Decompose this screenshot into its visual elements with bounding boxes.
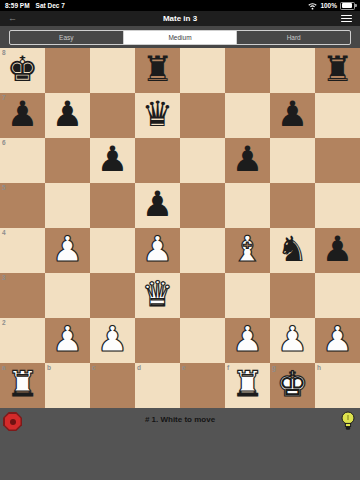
coordinate-label: g xyxy=(272,364,276,371)
black-knight: ♞ xyxy=(277,232,308,267)
status-right: 100% xyxy=(308,2,355,10)
wifi-icon xyxy=(308,2,317,10)
square-f8[interactable] xyxy=(225,48,270,93)
square-g4[interactable]: ♞ xyxy=(270,228,315,273)
black-pawn: ♟ xyxy=(7,97,38,132)
status-left: 8:59 PMSat Dec 7 xyxy=(5,2,71,9)
square-d7[interactable]: ♛ xyxy=(135,93,180,138)
status-date: Sat Dec 7 xyxy=(36,2,65,9)
square-c2[interactable]: ♟ xyxy=(90,318,135,363)
square-b1[interactable]: b xyxy=(45,363,90,408)
square-g2[interactable]: ♟ xyxy=(270,318,315,363)
square-d1[interactable]: d xyxy=(135,363,180,408)
square-d5[interactable]: ♟ xyxy=(135,183,180,228)
square-b8[interactable] xyxy=(45,48,90,93)
square-h4[interactable]: ♟ xyxy=(315,228,360,273)
square-a6[interactable]: 6 xyxy=(0,138,45,183)
white-king: ♚ xyxy=(277,367,308,402)
square-b2[interactable]: ♟ xyxy=(45,318,90,363)
coordinate-label: a xyxy=(2,364,6,371)
hint-lightbulb-button[interactable] xyxy=(341,411,355,432)
square-d4[interactable]: ♟ xyxy=(135,228,180,273)
tab-easy[interactable]: Easy xyxy=(10,31,124,44)
status-time: 8:59 PM xyxy=(5,2,30,9)
square-a4[interactable]: 4 xyxy=(0,228,45,273)
coordinate-label: 3 xyxy=(2,274,6,281)
square-h8[interactable]: ♜ xyxy=(315,48,360,93)
white-pawn: ♟ xyxy=(142,232,173,267)
coordinate-label: e xyxy=(182,364,186,371)
black-pawn: ♟ xyxy=(97,142,128,177)
square-d8[interactable]: ♜ xyxy=(135,48,180,93)
square-c3[interactable] xyxy=(90,273,135,318)
coordinate-label: 8 xyxy=(2,49,6,56)
square-f7[interactable] xyxy=(225,93,270,138)
tab-hard[interactable]: Hard xyxy=(237,31,350,44)
black-pawn: ♟ xyxy=(142,187,173,222)
black-queen: ♛ xyxy=(142,97,173,132)
square-c4[interactable] xyxy=(90,228,135,273)
square-h3[interactable] xyxy=(315,273,360,318)
white-pawn: ♟ xyxy=(52,232,83,267)
square-f3[interactable] xyxy=(225,273,270,318)
square-d6[interactable] xyxy=(135,138,180,183)
white-pawn: ♟ xyxy=(52,322,83,357)
black-king: ♚ xyxy=(7,52,38,87)
square-d2[interactable] xyxy=(135,318,180,363)
coordinate-label: c xyxy=(92,364,96,371)
white-bishop: ♝ xyxy=(232,232,263,267)
white-pawn: ♟ xyxy=(322,322,353,357)
square-g5[interactable] xyxy=(270,183,315,228)
square-h2[interactable]: ♟ xyxy=(315,318,360,363)
white-pawn: ♟ xyxy=(277,322,308,357)
coordinate-label: 2 xyxy=(2,319,6,326)
black-pawn: ♟ xyxy=(232,142,263,177)
square-a2[interactable]: 2 xyxy=(0,318,45,363)
square-g1[interactable]: g♚ xyxy=(270,363,315,408)
square-h5[interactable] xyxy=(315,183,360,228)
square-b4[interactable]: ♟ xyxy=(45,228,90,273)
white-pawn: ♟ xyxy=(232,322,263,357)
chess-board: 8♚♜♜7♟♟♛♟6♟♟5♟4♟♟♝♞♟3♛2♟♟♟♟♟a♜bcdef♜g♚h xyxy=(0,48,360,408)
white-rook: ♜ xyxy=(232,367,263,402)
square-e1[interactable]: e xyxy=(180,363,225,408)
nav-bar: ← Mate in 3 xyxy=(0,11,360,26)
black-pawn: ♟ xyxy=(52,97,83,132)
coordinate-label: h xyxy=(317,364,321,371)
square-f4[interactable]: ♝ xyxy=(225,228,270,273)
square-f2[interactable]: ♟ xyxy=(225,318,270,363)
square-f5[interactable] xyxy=(225,183,270,228)
coordinate-label: 5 xyxy=(2,184,6,191)
page-title: Mate in 3 xyxy=(0,14,360,23)
black-pawn: ♟ xyxy=(277,97,308,132)
square-c1[interactable]: c xyxy=(90,363,135,408)
black-rook: ♜ xyxy=(322,52,353,87)
square-e6[interactable] xyxy=(180,138,225,183)
battery-percent: 100% xyxy=(320,2,337,9)
difficulty-segmented-control: Easy Medium Hard xyxy=(9,30,351,45)
square-e5[interactable] xyxy=(180,183,225,228)
square-b6[interactable] xyxy=(45,138,90,183)
square-a7[interactable]: 7♟ xyxy=(0,93,45,138)
square-e8[interactable] xyxy=(180,48,225,93)
white-queen: ♛ xyxy=(142,277,173,312)
square-e2[interactable] xyxy=(180,318,225,363)
app-screen: 8:59 PMSat Dec 7 100% ← Mate in 3 Easy M… xyxy=(0,0,360,480)
square-e3[interactable] xyxy=(180,273,225,318)
bottom-bar: # 1. White to move xyxy=(0,408,360,480)
hamburger-menu-button[interactable] xyxy=(341,15,352,23)
square-c8[interactable] xyxy=(90,48,135,93)
square-b7[interactable]: ♟ xyxy=(45,93,90,138)
white-pawn: ♟ xyxy=(97,322,128,357)
square-a3[interactable]: 3 xyxy=(0,273,45,318)
square-a1[interactable]: a♜ xyxy=(0,363,45,408)
square-h7[interactable] xyxy=(315,93,360,138)
square-c5[interactable] xyxy=(90,183,135,228)
square-c7[interactable] xyxy=(90,93,135,138)
square-a5[interactable]: 5 xyxy=(0,183,45,228)
tab-medium[interactable]: Medium xyxy=(124,31,238,44)
white-rook: ♜ xyxy=(7,367,38,402)
square-h1[interactable]: h xyxy=(315,363,360,408)
square-g8[interactable] xyxy=(270,48,315,93)
move-status: # 1. White to move xyxy=(0,415,360,424)
square-e4[interactable] xyxy=(180,228,225,273)
coordinate-label: b xyxy=(47,364,51,371)
difficulty-tab-bar: Easy Medium Hard xyxy=(0,26,360,48)
square-a8[interactable]: 8♚ xyxy=(0,48,45,93)
battery-icon xyxy=(340,2,355,10)
square-g3[interactable] xyxy=(270,273,315,318)
status-bar: 8:59 PMSat Dec 7 100% xyxy=(0,0,360,11)
square-e7[interactable] xyxy=(180,93,225,138)
square-f1[interactable]: f♜ xyxy=(225,363,270,408)
coordinate-label: f xyxy=(227,364,229,371)
square-d3[interactable]: ♛ xyxy=(135,273,180,318)
square-g6[interactable] xyxy=(270,138,315,183)
coordinate-label: 4 xyxy=(2,229,6,236)
square-g7[interactable]: ♟ xyxy=(270,93,315,138)
black-pawn: ♟ xyxy=(322,232,353,267)
coordinate-label: 6 xyxy=(2,139,6,146)
square-f6[interactable]: ♟ xyxy=(225,138,270,183)
square-b3[interactable] xyxy=(45,273,90,318)
square-b5[interactable] xyxy=(45,183,90,228)
coordinate-label: d xyxy=(137,364,141,371)
square-h6[interactable] xyxy=(315,138,360,183)
square-c6[interactable]: ♟ xyxy=(90,138,135,183)
coordinate-label: 7 xyxy=(2,94,6,101)
black-rook: ♜ xyxy=(142,52,173,87)
